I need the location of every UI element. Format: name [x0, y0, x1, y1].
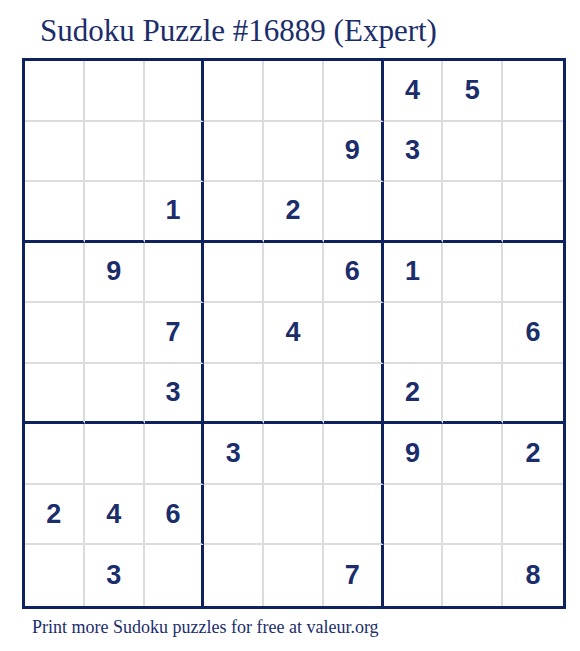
cell-r3c5[interactable]: 2: [264, 182, 324, 243]
cell-r8c8[interactable]: [443, 485, 503, 546]
cell-r9c3[interactable]: [145, 545, 205, 606]
cell-r4c7[interactable]: 1: [384, 243, 444, 304]
cell-r1c4[interactable]: [204, 61, 264, 122]
cell-r3c3[interactable]: 1: [145, 182, 205, 243]
cell-r1c8[interactable]: 5: [443, 61, 503, 122]
cell-r8c9[interactable]: [503, 485, 563, 546]
cell-r4c6[interactable]: 6: [324, 243, 384, 304]
cell-r3c8[interactable]: [443, 182, 503, 243]
cell-r8c3[interactable]: 6: [145, 485, 205, 546]
cell-r2c9[interactable]: [503, 122, 563, 183]
cell-r6c5[interactable]: [264, 364, 324, 425]
cell-r4c3[interactable]: [145, 243, 205, 304]
cell-r6c4[interactable]: [204, 364, 264, 425]
cell-r6c8[interactable]: [443, 364, 503, 425]
cell-r3c2[interactable]: [85, 182, 145, 243]
cell-r8c4[interactable]: [204, 485, 264, 546]
cell-r5c2[interactable]: [85, 303, 145, 364]
cell-r5c3[interactable]: 7: [145, 303, 205, 364]
footer-text: Print more Sudoku puzzles for free at va…: [32, 616, 379, 639]
cell-r9c2[interactable]: 3: [85, 545, 145, 606]
cell-r1c5[interactable]: [264, 61, 324, 122]
cell-r8c6[interactable]: [324, 485, 384, 546]
cell-r8c5[interactable]: [264, 485, 324, 546]
cell-r5c6[interactable]: [324, 303, 384, 364]
cell-r9c4[interactable]: [204, 545, 264, 606]
cell-r3c9[interactable]: [503, 182, 563, 243]
cell-r6c3[interactable]: 3: [145, 364, 205, 425]
cell-r9c5[interactable]: [264, 545, 324, 606]
cell-r5c4[interactable]: [204, 303, 264, 364]
sudoku-page: Sudoku Puzzle #16889 (Expert) 4593129617…: [0, 0, 580, 651]
cell-r4c2[interactable]: 9: [85, 243, 145, 304]
cell-r2c2[interactable]: [85, 122, 145, 183]
cell-r8c1[interactable]: 2: [25, 485, 85, 546]
cell-r4c4[interactable]: [204, 243, 264, 304]
cell-r8c7[interactable]: [384, 485, 444, 546]
cell-r6c9[interactable]: [503, 364, 563, 425]
cell-r7c3[interactable]: [145, 424, 205, 485]
cell-r2c7[interactable]: 3: [384, 122, 444, 183]
cell-r3c6[interactable]: [324, 182, 384, 243]
cell-r7c1[interactable]: [25, 424, 85, 485]
cell-r7c4[interactable]: 3: [204, 424, 264, 485]
cell-r1c2[interactable]: [85, 61, 145, 122]
cell-r1c9[interactable]: [503, 61, 563, 122]
page-title: Sudoku Puzzle #16889 (Expert): [40, 12, 437, 49]
cell-r4c9[interactable]: [503, 243, 563, 304]
cell-r5c8[interactable]: [443, 303, 503, 364]
cell-r9c8[interactable]: [443, 545, 503, 606]
cell-r5c1[interactable]: [25, 303, 85, 364]
cell-r7c5[interactable]: [264, 424, 324, 485]
cell-r2c3[interactable]: [145, 122, 205, 183]
cell-r1c1[interactable]: [25, 61, 85, 122]
cell-r7c9[interactable]: 2: [503, 424, 563, 485]
cell-r3c4[interactable]: [204, 182, 264, 243]
cell-r5c5[interactable]: 4: [264, 303, 324, 364]
cell-r2c1[interactable]: [25, 122, 85, 183]
cell-r6c6[interactable]: [324, 364, 384, 425]
cell-r2c8[interactable]: [443, 122, 503, 183]
cell-r9c6[interactable]: 7: [324, 545, 384, 606]
cell-r2c4[interactable]: [204, 122, 264, 183]
cell-r8c2[interactable]: 4: [85, 485, 145, 546]
cell-r4c1[interactable]: [25, 243, 85, 304]
cell-r7c7[interactable]: 9: [384, 424, 444, 485]
cell-r3c7[interactable]: [384, 182, 444, 243]
cell-r6c1[interactable]: [25, 364, 85, 425]
cell-r9c1[interactable]: [25, 545, 85, 606]
cell-r2c6[interactable]: 9: [324, 122, 384, 183]
cell-r4c8[interactable]: [443, 243, 503, 304]
cell-r7c8[interactable]: [443, 424, 503, 485]
sudoku-grid: 45931296174632392246378: [22, 58, 566, 609]
cell-r5c7[interactable]: [384, 303, 444, 364]
cell-r9c9[interactable]: 8: [503, 545, 563, 606]
cell-r1c7[interactable]: 4: [384, 61, 444, 122]
cell-r3c1[interactable]: [25, 182, 85, 243]
cell-r4c5[interactable]: [264, 243, 324, 304]
cell-r6c2[interactable]: [85, 364, 145, 425]
cell-r1c3[interactable]: [145, 61, 205, 122]
cell-r6c7[interactable]: 2: [384, 364, 444, 425]
cell-r5c9[interactable]: 6: [503, 303, 563, 364]
cell-r7c2[interactable]: [85, 424, 145, 485]
cell-r9c7[interactable]: [384, 545, 444, 606]
cell-r1c6[interactable]: [324, 61, 384, 122]
cell-r2c5[interactable]: [264, 122, 324, 183]
cell-r7c6[interactable]: [324, 424, 384, 485]
